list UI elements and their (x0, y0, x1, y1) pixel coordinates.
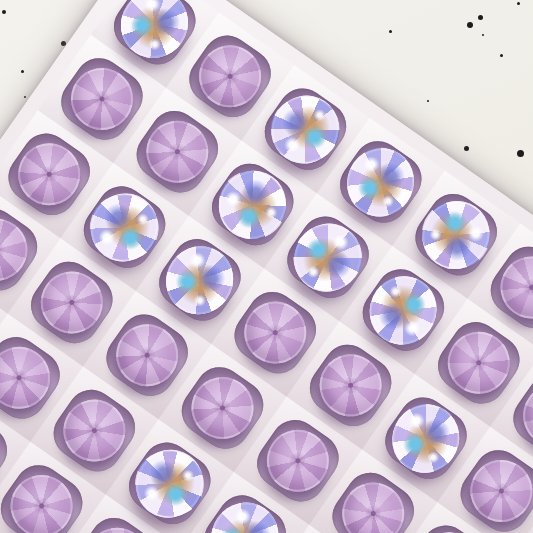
ink-speck (2, 10, 6, 14)
gem-sparkle (134, 109, 220, 195)
matte-rhinestone-point-up (436, 320, 522, 406)
gem-sparkle (363, 269, 444, 352)
gem-sparkle (81, 522, 154, 533)
gem-sparkle (435, 319, 522, 406)
matte-rhinestone-point-up (59, 56, 145, 142)
ink-speck (482, 34, 484, 36)
ink-speck (517, 2, 520, 5)
matte-rhinestone-point-up (307, 342, 393, 428)
gem-sparkle (35, 266, 108, 339)
photo-frame (0, 0, 533, 533)
matte-rhinestone-point-up (134, 109, 220, 195)
gem-sparkle (489, 245, 533, 330)
gem-sparkle (13, 138, 86, 211)
gem-sparkle (386, 397, 467, 480)
gem-sparkle (340, 140, 421, 223)
gem-sparkle (255, 418, 340, 503)
matte-rhinestone-point-up (458, 448, 533, 533)
matte-rhinestone-point-up (232, 289, 318, 375)
gem-sparkle (315, 350, 386, 421)
matte-rhinestone-point-up (104, 312, 190, 398)
gem-sparkle (110, 318, 184, 392)
gem-sparkle (65, 62, 139, 136)
matte-rhinestone-point-up (255, 418, 341, 504)
ink-speck (517, 150, 524, 157)
matte-rhinestone-point-up (51, 387, 137, 473)
ink-speck (467, 22, 473, 28)
matte-rhinestone-point-up (6, 131, 92, 217)
gem-sparkle (129, 444, 210, 523)
ink-speck (21, 70, 24, 73)
gem-sparkle (58, 394, 131, 467)
gem-sparkle (338, 478, 409, 533)
matte-rhinestone-point-up (29, 259, 115, 345)
matte-rhinestone-point-up (179, 365, 265, 451)
ink-speck (464, 146, 469, 151)
gem-sparkle (179, 365, 265, 451)
matte-rhinestone-point-up (0, 463, 85, 533)
ink-speck (24, 96, 26, 98)
gem-sparkle (266, 91, 344, 167)
ink-speck (500, 54, 503, 57)
matte-rhinestone-point-up (187, 33, 273, 119)
gem-sparkle (187, 34, 272, 119)
ink-speck (427, 100, 429, 102)
gem-sparkle (458, 447, 533, 533)
gem-sparkle (84, 188, 165, 267)
storage-tray (0, 0, 533, 533)
ink-speck (389, 30, 392, 33)
gem-sparkle (289, 219, 367, 295)
gem-sparkle (233, 290, 318, 375)
gem-sparkle (0, 463, 85, 533)
matte-rhinestone-point-up (330, 470, 416, 533)
ink-speck (478, 15, 483, 20)
